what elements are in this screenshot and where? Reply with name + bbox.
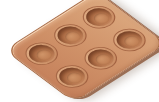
cup-bottom [33, 48, 54, 63]
muffin-pan [4, 0, 159, 102]
cup-cavity [81, 5, 117, 30]
cup-cavity [83, 46, 119, 71]
cup-cavity [111, 28, 147, 53]
cup-bottom [120, 34, 141, 49]
cup-cavity [52, 23, 88, 48]
cup-bottom [61, 29, 82, 44]
cup-cavity [54, 64, 90, 89]
cup-cavity [24, 41, 60, 66]
cup-bottom [90, 11, 111, 26]
product-photo [0, 0, 159, 102]
cup-bottom [63, 70, 84, 85]
cup-bottom [92, 52, 113, 67]
